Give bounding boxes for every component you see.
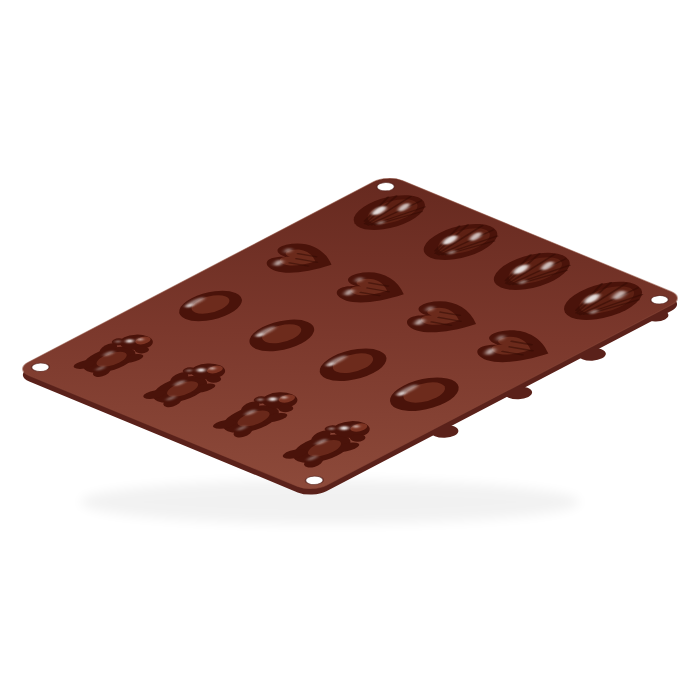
product-photo: Overhead angled product photo of a brown… — [0, 0, 700, 700]
chocolate-mold-photo — [0, 0, 700, 700]
